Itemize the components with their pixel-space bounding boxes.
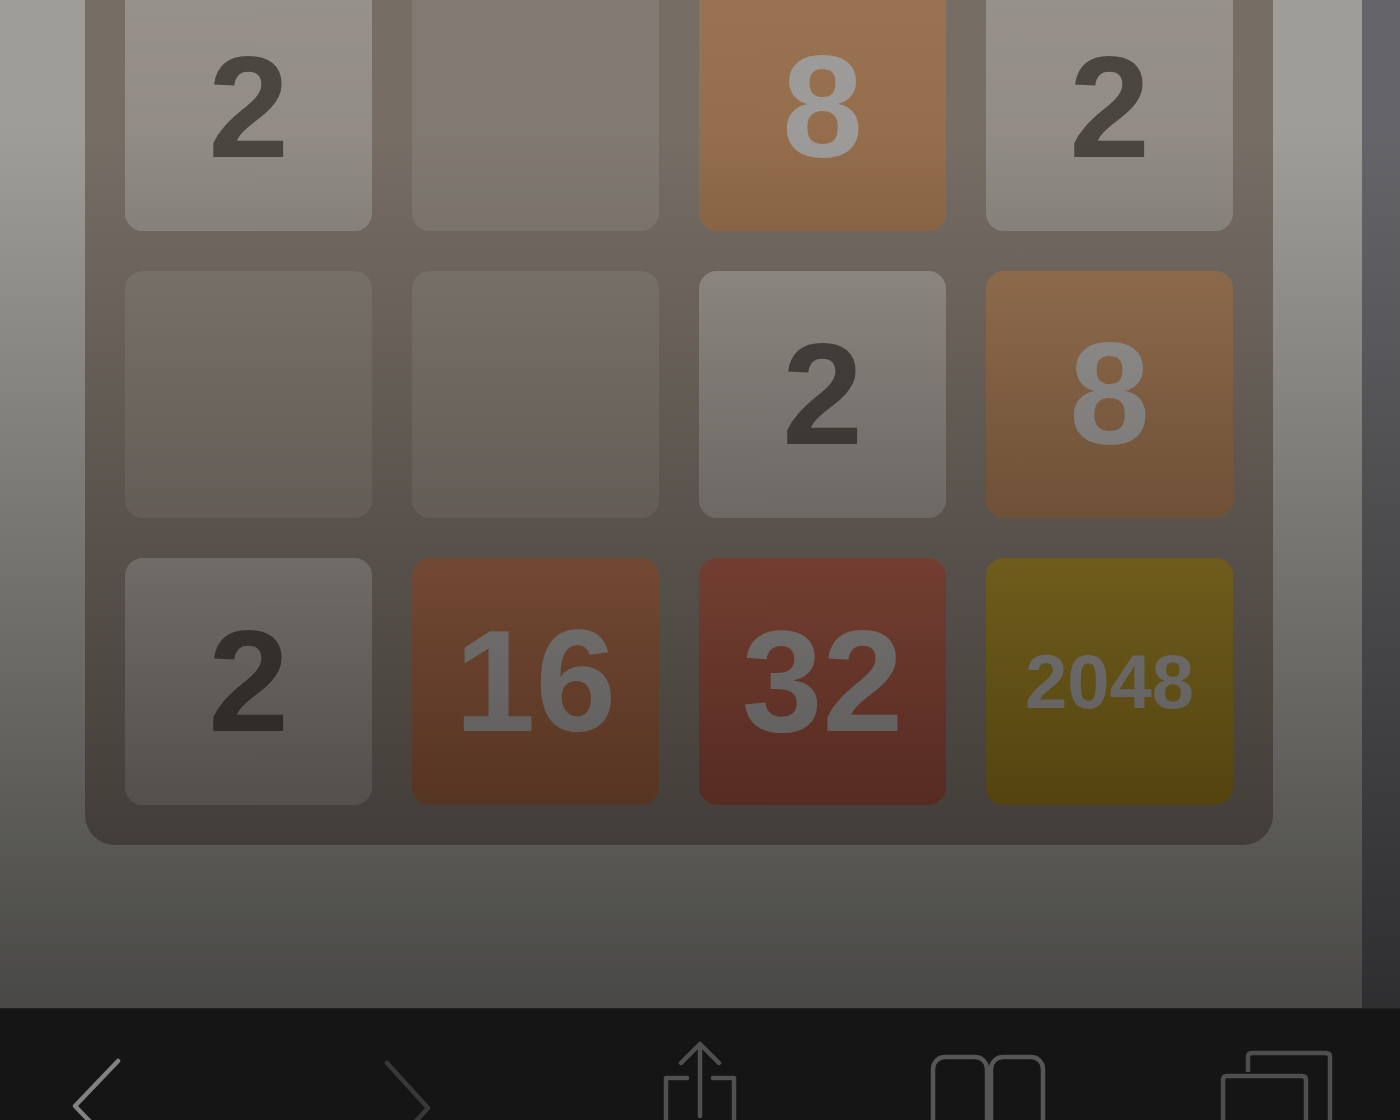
share-icon [655, 1036, 745, 1120]
tile-2: 2 [125, 558, 372, 805]
cell-r4c3: 32 [699, 558, 946, 805]
page-edge-band [1362, 0, 1400, 1008]
tile-32: 32 [699, 558, 946, 805]
forward-button[interactable] [383, 1053, 433, 1120]
open-book-icon [928, 1053, 1048, 1120]
chevron-left-icon [70, 1051, 126, 1120]
cell-r2c1: 2 [125, 0, 372, 231]
tabs-icon [1218, 1046, 1336, 1120]
cell-r2c2 [412, 0, 659, 231]
back-button[interactable] [70, 1051, 126, 1120]
tile-2: 2 [986, 0, 1233, 231]
tabs-button[interactable] [1218, 1046, 1336, 1120]
cell-r3c3: 2 [699, 271, 946, 518]
cell-r3c2 [412, 271, 659, 518]
tile-8: 8 [986, 271, 1233, 518]
cell-r2c3: 8 [699, 0, 946, 231]
screen: 28228216322048 [0, 0, 1400, 1120]
bookmarks-button[interactable] [928, 1053, 1048, 1120]
cell-r4c2: 16 [412, 558, 659, 805]
tile-2048: 2048 [986, 558, 1233, 805]
cell-r3c1 [125, 271, 372, 518]
tile-8: 8 [699, 0, 946, 231]
cell-r4c1: 2 [125, 558, 372, 805]
share-button[interactable] [655, 1036, 745, 1120]
tile-16: 16 [412, 558, 659, 805]
safari-toolbar [0, 1008, 1400, 1120]
tile-2: 2 [125, 0, 372, 231]
tile-2: 2 [699, 271, 946, 518]
cell-r3c4: 8 [986, 271, 1233, 518]
chevron-right-icon [383, 1053, 433, 1120]
cell-r4c4: 2048 [986, 558, 1233, 805]
board-2048[interactable]: 28228216322048 [85, 0, 1273, 845]
page-background: 28228216322048 [0, 0, 1362, 1008]
cell-r2c4: 2 [986, 0, 1233, 231]
